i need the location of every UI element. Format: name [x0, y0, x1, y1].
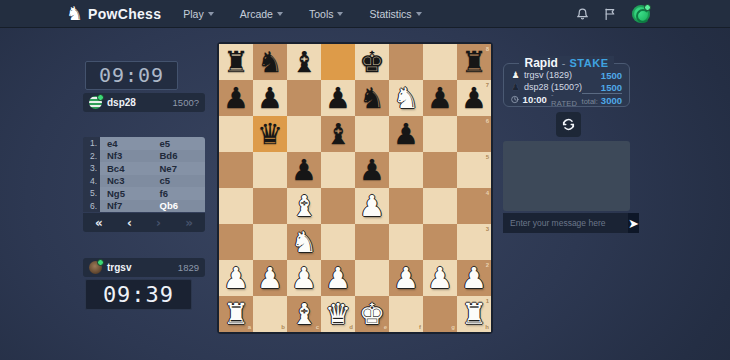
- square-d2[interactable]: ♟: [321, 260, 355, 296]
- total-label: total:: [582, 97, 598, 106]
- square-g6[interactable]: [423, 116, 457, 152]
- square-g4[interactable]: [423, 188, 457, 224]
- file-label: d: [349, 324, 353, 330]
- square-d1[interactable]: d♛: [321, 296, 355, 332]
- black-pawn: ♟: [355, 152, 389, 188]
- black-pawn: ♟: [423, 80, 457, 116]
- move-row: 2.Nf3Bd6: [83, 150, 205, 163]
- square-a2[interactable]: ♟: [219, 260, 253, 296]
- total-value: 3000: [601, 95, 622, 106]
- black-pawn: ♟: [321, 80, 355, 116]
- move-row: 1.e4e5: [83, 137, 205, 150]
- stake-player-white: trgsv (1829): [524, 70, 572, 80]
- match-type: Rapid: [525, 56, 558, 70]
- square-e6[interactable]: [355, 116, 389, 152]
- move-row: 3.Bc4Ne7: [83, 162, 205, 175]
- square-c2[interactable]: ♟: [287, 260, 321, 296]
- square-d3[interactable]: [321, 224, 355, 260]
- white-pawn: ♟: [389, 260, 423, 296]
- square-c7[interactable]: [287, 80, 321, 116]
- move-white[interactable]: Ng5: [100, 187, 153, 200]
- square-h1[interactable]: h1♜: [457, 296, 491, 332]
- square-b2[interactable]: ♟: [253, 260, 287, 296]
- rank-label: 5: [486, 154, 489, 160]
- white-bishop: ♝: [287, 188, 321, 224]
- black-bishop: ♝: [287, 44, 321, 80]
- self-name: trgsv: [107, 262, 131, 273]
- menu-arcade[interactable]: Arcade: [240, 8, 283, 20]
- square-h7[interactable]: 7♟: [457, 80, 491, 116]
- rank-label: 8: [486, 46, 489, 52]
- square-f7[interactable]: ♞: [389, 80, 423, 116]
- square-d7[interactable]: ♟: [321, 80, 355, 116]
- move-prev-button[interactable]: ‹: [127, 217, 132, 229]
- square-c4[interactable]: ♝: [287, 188, 321, 224]
- rank-label: 7: [486, 82, 489, 88]
- menu-tools-label: Tools: [309, 8, 334, 20]
- main-menu: Play Arcade Tools Statistics: [183, 8, 421, 20]
- square-b7[interactable]: ♟: [253, 80, 287, 116]
- square-e4[interactable]: ♟: [355, 188, 389, 224]
- match-title-sep: -: [562, 57, 566, 69]
- square-b4[interactable]: [253, 188, 287, 224]
- square-f6[interactable]: ♟: [389, 116, 423, 152]
- brand-logo[interactable]: ♞ PowChess: [66, 4, 161, 23]
- square-e3[interactable]: [355, 224, 389, 260]
- clock-icon: [511, 95, 519, 104]
- square-e7[interactable]: ♞: [355, 80, 389, 116]
- black-bishop: ♝: [321, 116, 355, 152]
- black-pawn-icon: ♟: [511, 83, 520, 92]
- chevron-down-icon: [277, 12, 283, 16]
- chevron-down-icon: [208, 12, 214, 16]
- black-pawn: ♟: [219, 80, 253, 116]
- stake-row-white: ♟ trgsv (1829) 1500: [511, 69, 622, 81]
- square-g5[interactable]: [423, 152, 457, 188]
- move-row: 6.Nf7Qb6: [83, 200, 205, 213]
- move-white[interactable]: Bc4: [100, 162, 153, 175]
- rank-label: 1: [486, 298, 489, 304]
- move-white[interactable]: Nf7: [100, 200, 153, 213]
- square-a1[interactable]: a♜: [219, 296, 253, 332]
- square-a6[interactable]: [219, 116, 253, 152]
- opponent-name: dsp28: [107, 97, 136, 108]
- rank-label: 6: [486, 118, 489, 124]
- match-stake-label: STAKE: [570, 57, 609, 69]
- clock-self: 09:39: [85, 279, 192, 310]
- move-white[interactable]: Nf3: [100, 150, 153, 163]
- black-knight: ♞: [253, 44, 287, 80]
- square-f5[interactable]: [389, 152, 423, 188]
- move-white[interactable]: Nc3: [100, 175, 153, 188]
- user-avatar[interactable]: [632, 5, 650, 23]
- white-pawn: ♟: [355, 188, 389, 224]
- black-pawn: ♟: [287, 152, 321, 188]
- move-number: 3.: [83, 162, 100, 175]
- square-g7[interactable]: ♟: [423, 80, 457, 116]
- square-g1[interactable]: g: [423, 296, 457, 332]
- square-a7[interactable]: ♟: [219, 80, 253, 116]
- move-list: 1.e4e52.Nf3Bd63.Bc4Ne74.Nc3c55.Ng5f66.Nf…: [83, 137, 205, 212]
- time-control: 10:00: [523, 94, 547, 105]
- move-white[interactable]: e4: [100, 137, 153, 150]
- square-h4[interactable]: 4: [457, 188, 491, 224]
- square-b3[interactable]: [253, 224, 287, 260]
- square-h3[interactable]: 3: [457, 224, 491, 260]
- white-pawn: ♟: [321, 260, 355, 296]
- refresh-button[interactable]: [556, 112, 581, 137]
- file-label: b: [281, 324, 285, 330]
- square-d4[interactable]: [321, 188, 355, 224]
- menu-statistics-label: Statistics: [369, 8, 411, 20]
- square-d6[interactable]: ♝: [321, 116, 355, 152]
- self-avatar: [89, 261, 102, 274]
- send-button[interactable]: ➤: [628, 213, 639, 233]
- square-b8[interactable]: ♞: [253, 44, 287, 80]
- square-e1[interactable]: e♚: [355, 296, 389, 332]
- self-rating: 1829: [178, 262, 199, 273]
- square-f1[interactable]: f: [389, 296, 423, 332]
- black-pawn: ♟: [253, 80, 287, 116]
- move-number: 4.: [83, 175, 100, 188]
- chat-messages-panel[interactable]: [503, 141, 630, 211]
- white-pawn: ♟: [423, 260, 457, 296]
- rank-label: 3: [486, 226, 489, 232]
- chevron-down-icon: [416, 12, 422, 16]
- flag-icon[interactable]: [604, 7, 617, 21]
- rank-label: 4: [486, 190, 489, 196]
- square-f4[interactable]: [389, 188, 423, 224]
- square-c3[interactable]: ♞: [287, 224, 321, 260]
- move-nav-bar: «‹›»: [83, 213, 205, 232]
- move-black[interactable]: f6: [153, 187, 206, 200]
- square-f2[interactable]: ♟: [389, 260, 423, 296]
- move-number: 1.: [83, 137, 100, 150]
- move-row: 4.Nc3c5: [83, 175, 205, 188]
- chat-input-row: ➤: [503, 213, 630, 233]
- square-h8[interactable]: 8♜: [457, 44, 491, 80]
- square-f3[interactable]: [389, 224, 423, 260]
- file-label: e: [384, 324, 387, 330]
- square-g8[interactable]: [423, 44, 457, 80]
- nav-right-icons: [576, 5, 650, 23]
- move-number: 5.: [83, 187, 100, 200]
- move-number: 6.: [83, 200, 100, 213]
- move-number: 2.: [83, 150, 100, 163]
- square-c8[interactable]: ♝: [287, 44, 321, 80]
- clock-opponent: 09:09: [85, 61, 178, 90]
- menu-tools[interactable]: Tools: [309, 8, 344, 20]
- move-row: 5.Ng5f6: [83, 187, 205, 200]
- move-last-button[interactable]: »: [185, 217, 193, 229]
- top-navbar: ♞ PowChess Play Arcade Tools Statistics: [0, 0, 730, 28]
- square-h5[interactable]: 5: [457, 152, 491, 188]
- square-b5[interactable]: [253, 152, 287, 188]
- white-pawn: ♟: [253, 260, 287, 296]
- square-e8[interactable]: ♚: [355, 44, 389, 80]
- move-black[interactable]: Bd6: [153, 150, 206, 163]
- black-rook: ♜: [219, 44, 253, 80]
- send-icon: ➤: [628, 216, 639, 231]
- square-c6[interactable]: [287, 116, 321, 152]
- square-d5[interactable]: [321, 152, 355, 188]
- brand-name: PowChess: [88, 6, 161, 22]
- stake-value-black: 1500: [601, 82, 622, 93]
- square-b1[interactable]: b: [253, 296, 287, 332]
- match-info-box: Rapid - STAKE ♟ trgsv (1829) 1500 ♟ dsp2…: [503, 63, 630, 107]
- white-pawn-icon: ♟: [511, 71, 520, 80]
- square-d8[interactable]: [321, 44, 355, 80]
- square-c1[interactable]: c♝: [287, 296, 321, 332]
- square-a8[interactable]: ♜: [219, 44, 253, 80]
- move-black[interactable]: e5: [153, 137, 206, 150]
- chess-board[interactable]: ♜♞♝♚8♜♟♟♟♞♞♟7♟♛♝♟6♟♟5♝♟4♞3♟♟♟♟♟♟2♟a♜bc♝d…: [219, 44, 491, 332]
- square-a3[interactable]: [219, 224, 253, 260]
- bell-icon[interactable]: [576, 7, 589, 21]
- stake-value-white: 1500: [601, 70, 622, 81]
- square-f8[interactable]: [389, 44, 423, 80]
- chevron-down-icon: [337, 12, 343, 16]
- move-black[interactable]: Ne7: [153, 162, 206, 175]
- opponent-rating: 1500?: [173, 97, 199, 108]
- file-label: c: [316, 324, 319, 330]
- square-a5[interactable]: [219, 152, 253, 188]
- chess-board-frame: ♜♞♝♚8♜♟♟♟♞♞♟7♟♛♝♟6♟♟5♝♟4♞3♟♟♟♟♟♟2♟a♜bc♝d…: [217, 42, 493, 334]
- player-bar-opponent[interactable]: dsp28 1500?: [83, 93, 205, 112]
- square-b6[interactable]: ♛: [253, 116, 287, 152]
- rank-label: 2: [486, 262, 489, 268]
- square-h2[interactable]: 2♟: [457, 260, 491, 296]
- match-title: Rapid - STAKE: [504, 56, 629, 70]
- menu-statistics[interactable]: Statistics: [369, 8, 421, 20]
- stake-row-time: 10:00 - RATED total: 3000: [511, 93, 622, 105]
- rated-label: - RATED: [551, 90, 578, 108]
- file-label: h: [485, 324, 489, 330]
- player-bar-self[interactable]: trgsv 1829: [83, 258, 205, 277]
- move-black[interactable]: c5: [153, 175, 206, 188]
- square-g3[interactable]: [423, 224, 457, 260]
- file-label: a: [248, 324, 251, 330]
- menu-arcade-label: Arcade: [240, 8, 273, 20]
- black-pawn: ♟: [389, 116, 423, 152]
- white-pawn: ♟: [287, 260, 321, 296]
- chat-input[interactable]: [503, 213, 628, 233]
- opponent-avatar: [89, 96, 102, 109]
- move-next-button[interactable]: ›: [156, 217, 161, 229]
- black-king: ♚: [355, 44, 389, 80]
- square-a4[interactable]: [219, 188, 253, 224]
- square-e5[interactable]: ♟: [355, 152, 389, 188]
- refresh-icon: [562, 118, 575, 131]
- file-label: g: [451, 324, 455, 330]
- square-g2[interactable]: ♟: [423, 260, 457, 296]
- square-h6[interactable]: 6: [457, 116, 491, 152]
- white-knight: ♞: [287, 224, 321, 260]
- file-label: f: [419, 324, 421, 330]
- menu-play[interactable]: Play: [183, 8, 213, 20]
- menu-play-label: Play: [183, 8, 203, 20]
- white-knight: ♞: [389, 80, 423, 116]
- move-first-button[interactable]: «: [95, 217, 103, 229]
- white-pawn: ♟: [219, 260, 253, 296]
- stake-total: total: 3000: [582, 93, 622, 106]
- square-e2[interactable]: [355, 260, 389, 296]
- move-black[interactable]: Qb6: [153, 200, 206, 213]
- knight-logo-icon: ♞: [66, 4, 83, 23]
- black-queen: ♛: [253, 116, 287, 152]
- black-knight: ♞: [355, 80, 389, 116]
- square-c5[interactable]: ♟: [287, 152, 321, 188]
